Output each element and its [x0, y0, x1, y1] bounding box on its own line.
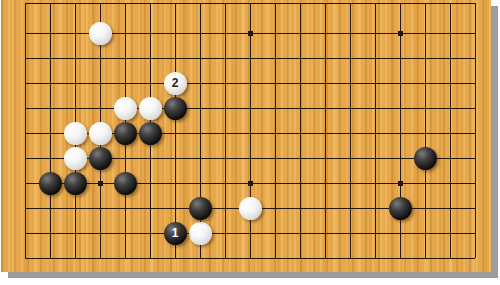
black-stone[interactable]: [189, 197, 212, 220]
white-stone[interactable]: [89, 122, 112, 145]
black-stone[interactable]: [39, 172, 62, 195]
black-stone[interactable]: [64, 172, 87, 195]
black-stone[interactable]: [389, 197, 412, 220]
white-stone[interactable]: [64, 122, 87, 145]
move-number-label: 2: [172, 77, 179, 89]
white-stone[interactable]: [189, 222, 212, 245]
black-stone[interactable]: 1: [164, 222, 187, 245]
black-stone[interactable]: [114, 172, 137, 195]
white-stone[interactable]: [64, 147, 87, 170]
move-number-label: 1: [172, 227, 179, 239]
white-stone[interactable]: [239, 197, 262, 220]
stones-layer: 21: [0, 0, 500, 285]
white-stone[interactable]: 2: [164, 72, 187, 95]
white-stone[interactable]: [139, 97, 162, 120]
black-stone[interactable]: [414, 147, 437, 170]
black-stone[interactable]: [114, 122, 137, 145]
go-diagram: 21: [0, 0, 500, 285]
black-stone[interactable]: [89, 147, 112, 170]
white-stone[interactable]: [89, 22, 112, 45]
black-stone[interactable]: [139, 122, 162, 145]
black-stone[interactable]: [164, 97, 187, 120]
white-stone[interactable]: [114, 97, 137, 120]
